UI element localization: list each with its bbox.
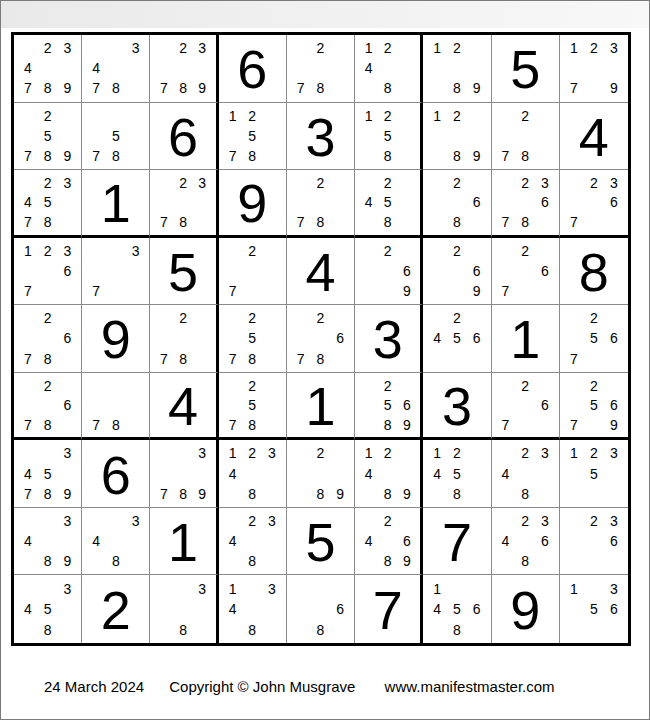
pencil-mark-9 bbox=[604, 349, 624, 369]
pencil-mark-8: 8 bbox=[242, 146, 262, 166]
pencil-mark-8 bbox=[584, 78, 604, 98]
pencil-mark-8: 8 bbox=[378, 415, 397, 435]
pencil-mark-4 bbox=[564, 531, 584, 551]
pencil-mark-9: 9 bbox=[57, 78, 77, 98]
pencil-mark-2: 2 bbox=[447, 106, 467, 126]
pencil-mark-4: 4 bbox=[18, 58, 38, 78]
pencil-mark-2: 2 bbox=[515, 106, 535, 126]
pencil-mark-4 bbox=[564, 395, 584, 415]
cell-r9c2: 2 bbox=[82, 575, 150, 643]
solved-digit: 9 bbox=[510, 583, 540, 637]
pencil-mark-8: 8 bbox=[311, 212, 331, 232]
pencil-mark-6 bbox=[467, 464, 487, 484]
cell-r6c9: 25679 bbox=[560, 373, 628, 441]
pencil-mark-9 bbox=[57, 349, 77, 369]
pencil-mark-8: 8 bbox=[38, 349, 58, 369]
pencil-marks: 1258 bbox=[355, 103, 420, 170]
pencil-mark-5 bbox=[106, 531, 126, 551]
pencil-mark-7: 7 bbox=[564, 212, 584, 232]
pencil-mark-2: 2 bbox=[447, 38, 467, 58]
pencil-mark-5 bbox=[174, 599, 193, 620]
pencil-marks: 1235 bbox=[560, 440, 628, 507]
pencil-mark-7: 7 bbox=[86, 78, 106, 98]
pencil-mark-6: 6 bbox=[467, 261, 487, 281]
pencil-mark-3 bbox=[397, 38, 416, 58]
pencil-mark-6: 6 bbox=[57, 395, 77, 415]
pencil-mark-6 bbox=[262, 395, 282, 415]
pencil-mark-4 bbox=[18, 328, 38, 348]
pencil-mark-3 bbox=[397, 511, 416, 531]
pencil-mark-5: 5 bbox=[38, 464, 58, 484]
pencil-mark-1: 1 bbox=[564, 443, 584, 463]
pencil-marks: 267 bbox=[492, 238, 559, 305]
pencil-mark-5 bbox=[447, 193, 467, 213]
pencil-marks: 2348 bbox=[219, 508, 286, 575]
pencil-mark-5 bbox=[38, 328, 58, 348]
solved-digit: 3 bbox=[305, 110, 335, 164]
pencil-mark-8 bbox=[447, 349, 467, 369]
pencil-mark-5 bbox=[378, 261, 397, 281]
pencil-mark-6 bbox=[604, 58, 624, 78]
pencil-mark-3: 3 bbox=[604, 578, 624, 599]
footer: 24 March 2024 Copyright © John Musgrave … bbox=[44, 678, 555, 695]
pencil-mark-9: 9 bbox=[467, 146, 487, 166]
pencil-mark-9: 9 bbox=[397, 415, 416, 435]
cell-r6c4: 2578 bbox=[219, 373, 287, 441]
cell-r9c8: 9 bbox=[492, 575, 560, 643]
pencil-marks: 1356 bbox=[560, 575, 628, 643]
pencil-mark-9 bbox=[330, 619, 350, 640]
cell-r5c5: 2678 bbox=[287, 305, 355, 373]
pencil-mark-1 bbox=[18, 578, 38, 599]
pencil-mark-8 bbox=[584, 415, 604, 435]
pencil-mark-8: 8 bbox=[447, 212, 467, 232]
pencil-mark-4 bbox=[223, 395, 243, 415]
pencil-mark-9 bbox=[126, 281, 146, 301]
pencil-mark-7: 7 bbox=[18, 415, 38, 435]
pencil-mark-9: 9 bbox=[57, 146, 77, 166]
pencil-mark-1 bbox=[154, 38, 173, 58]
pencil-marks: 23789 bbox=[150, 35, 215, 102]
pencil-mark-4: 4 bbox=[359, 193, 378, 213]
pencil-mark-7: 7 bbox=[496, 281, 516, 301]
pencil-mark-4: 4 bbox=[18, 464, 38, 484]
pencil-mark-7: 7 bbox=[18, 484, 38, 504]
pencil-mark-9 bbox=[126, 78, 146, 98]
pencil-marks: 234789 bbox=[14, 35, 81, 102]
pencil-mark-4: 4 bbox=[86, 58, 106, 78]
pencil-mark-1 bbox=[18, 38, 38, 58]
pencil-mark-6: 6 bbox=[397, 395, 416, 415]
pencil-marks: 2567 bbox=[560, 305, 628, 372]
pencil-mark-8: 8 bbox=[311, 619, 331, 640]
pencil-mark-4 bbox=[291, 464, 311, 484]
pencil-mark-3: 3 bbox=[126, 511, 146, 531]
pencil-mark-5: 5 bbox=[584, 395, 604, 415]
pencil-mark-8: 8 bbox=[38, 212, 58, 232]
pencil-mark-8 bbox=[242, 281, 262, 301]
pencil-mark-1: 1 bbox=[427, 106, 447, 126]
pencil-mark-1 bbox=[154, 173, 173, 193]
pencil-mark-5: 5 bbox=[447, 599, 467, 620]
pencil-mark-4 bbox=[291, 328, 311, 348]
solved-digit: 1 bbox=[101, 176, 131, 230]
pencil-mark-3 bbox=[397, 106, 416, 126]
pencil-mark-9: 9 bbox=[604, 415, 624, 435]
pencil-mark-8: 8 bbox=[38, 551, 58, 571]
cell-r9c5: 68 bbox=[287, 575, 355, 643]
footer-copyright: Copyright © John Musgrave bbox=[169, 678, 355, 695]
pencil-mark-1 bbox=[154, 578, 173, 599]
cell-r1c4: 6 bbox=[219, 35, 287, 103]
pencil-mark-8 bbox=[447, 281, 467, 301]
pencil-mark-3 bbox=[193, 308, 212, 328]
pencil-mark-4 bbox=[427, 58, 447, 78]
cell-r3c8: 23678 bbox=[492, 170, 560, 238]
pencil-mark-5: 5 bbox=[242, 328, 262, 348]
pencil-mark-1 bbox=[291, 308, 311, 328]
pencil-mark-4: 4 bbox=[223, 531, 243, 551]
pencil-mark-5 bbox=[584, 58, 604, 78]
pencil-mark-9 bbox=[126, 551, 146, 571]
pencil-mark-7 bbox=[496, 551, 516, 571]
cell-r4c6: 269 bbox=[355, 238, 423, 306]
pencil-mark-8: 8 bbox=[38, 415, 58, 435]
pencil-mark-6: 6 bbox=[535, 531, 555, 551]
pencil-mark-2: 2 bbox=[515, 241, 535, 261]
pencil-mark-6: 6 bbox=[604, 328, 624, 348]
solved-digit: 2 bbox=[101, 583, 131, 637]
pencil-mark-6 bbox=[330, 464, 350, 484]
pencil-marks: 25679 bbox=[560, 373, 628, 438]
pencil-mark-5 bbox=[515, 261, 535, 281]
pencil-mark-1 bbox=[223, 241, 243, 261]
pencil-mark-2: 2 bbox=[311, 308, 331, 328]
pencil-mark-1 bbox=[18, 443, 38, 463]
pencil-mark-7 bbox=[427, 281, 447, 301]
pencil-mark-2: 2 bbox=[378, 443, 397, 463]
pencil-mark-4 bbox=[427, 261, 447, 281]
cell-r2c6: 1258 bbox=[355, 103, 423, 171]
pencil-mark-3 bbox=[57, 308, 77, 328]
pencil-mark-3: 3 bbox=[604, 511, 624, 531]
cell-r1c8: 5 bbox=[492, 35, 560, 103]
pencil-mark-3 bbox=[330, 38, 350, 58]
cell-r7c5: 289 bbox=[287, 440, 355, 508]
pencil-mark-3 bbox=[262, 308, 282, 328]
cell-r4c8: 267 bbox=[492, 238, 560, 306]
pencil-mark-6 bbox=[193, 464, 212, 484]
pencil-mark-6 bbox=[193, 193, 212, 213]
pencil-mark-9: 9 bbox=[193, 484, 212, 504]
pencil-mark-6 bbox=[467, 126, 487, 146]
pencil-mark-7: 7 bbox=[291, 212, 311, 232]
pencil-mark-2 bbox=[242, 578, 262, 599]
pencil-mark-7: 7 bbox=[223, 415, 243, 435]
pencil-mark-9 bbox=[604, 484, 624, 504]
pencil-mark-5: 5 bbox=[447, 464, 467, 484]
pencil-mark-9 bbox=[262, 551, 282, 571]
pencil-mark-2 bbox=[106, 241, 126, 261]
pencil-mark-5 bbox=[378, 531, 397, 551]
pencil-marks: 2578 bbox=[219, 373, 286, 438]
pencil-mark-5 bbox=[515, 531, 535, 551]
pencil-marks: 2678 bbox=[287, 305, 354, 372]
pencil-mark-3 bbox=[397, 173, 416, 193]
pencil-mark-2: 2 bbox=[174, 173, 193, 193]
pencil-mark-7: 7 bbox=[223, 281, 243, 301]
pencil-mark-2: 2 bbox=[242, 376, 262, 396]
pencil-mark-9 bbox=[262, 281, 282, 301]
pencil-mark-6: 6 bbox=[535, 261, 555, 281]
pencil-mark-5 bbox=[515, 464, 535, 484]
pencil-mark-4: 4 bbox=[223, 464, 243, 484]
pencil-mark-4: 4 bbox=[496, 464, 516, 484]
cell-r5c6: 3 bbox=[355, 305, 423, 373]
pencil-mark-7 bbox=[359, 484, 378, 504]
pencil-mark-3 bbox=[467, 241, 487, 261]
cell-r5c7: 2456 bbox=[423, 305, 491, 373]
pencil-mark-6: 6 bbox=[330, 599, 350, 620]
pencil-mark-6: 6 bbox=[467, 599, 487, 620]
pencil-mark-4: 4 bbox=[18, 193, 38, 213]
pencil-mark-7: 7 bbox=[154, 484, 173, 504]
cell-r3c1: 234578 bbox=[14, 170, 82, 238]
pencil-mark-4 bbox=[154, 328, 173, 348]
pencil-mark-5: 5 bbox=[378, 395, 397, 415]
pencil-mark-8 bbox=[378, 281, 397, 301]
pencil-mark-1 bbox=[496, 241, 516, 261]
pencil-mark-3: 3 bbox=[535, 173, 555, 193]
pencil-mark-4 bbox=[154, 599, 173, 620]
cell-r3c6: 2458 bbox=[355, 170, 423, 238]
pencil-mark-1 bbox=[496, 106, 516, 126]
pencil-mark-3 bbox=[535, 106, 555, 126]
pencil-mark-3 bbox=[467, 443, 487, 463]
pencil-mark-5 bbox=[311, 58, 331, 78]
pencil-mark-9 bbox=[262, 146, 282, 166]
pencil-mark-9: 9 bbox=[397, 484, 416, 504]
pencil-mark-5 bbox=[174, 58, 193, 78]
pencil-mark-6 bbox=[57, 126, 77, 146]
pencil-mark-7: 7 bbox=[18, 146, 38, 166]
cell-r2c3: 6 bbox=[150, 103, 218, 171]
pencil-mark-2: 2 bbox=[174, 308, 193, 328]
pencil-mark-5 bbox=[311, 599, 331, 620]
pencil-mark-7 bbox=[427, 349, 447, 369]
pencil-mark-7: 7 bbox=[291, 349, 311, 369]
pencil-mark-8: 8 bbox=[174, 212, 193, 232]
pencil-mark-7 bbox=[154, 619, 173, 640]
pencil-mark-6 bbox=[57, 464, 77, 484]
cell-r7c9: 1235 bbox=[560, 440, 628, 508]
footer-date: 24 March 2024 bbox=[44, 678, 144, 695]
cell-r8c4: 2348 bbox=[219, 508, 287, 576]
pencil-mark-5 bbox=[242, 261, 262, 281]
pencil-mark-6: 6 bbox=[330, 328, 350, 348]
solved-digit: 6 bbox=[168, 110, 198, 164]
pencil-marks: 267 bbox=[492, 373, 559, 438]
pencil-mark-3: 3 bbox=[262, 511, 282, 531]
pencil-mark-4 bbox=[291, 193, 311, 213]
pencil-mark-4: 4 bbox=[427, 464, 447, 484]
cell-r3c4: 9 bbox=[219, 170, 287, 238]
pencil-mark-4 bbox=[223, 328, 243, 348]
pencil-mark-3 bbox=[330, 173, 350, 193]
pencil-mark-7: 7 bbox=[18, 281, 38, 301]
pencil-mark-6 bbox=[193, 599, 212, 620]
cell-r1c9: 12379 bbox=[560, 35, 628, 103]
pencil-marks: 2348 bbox=[492, 440, 559, 507]
cell-r7c3: 3789 bbox=[150, 440, 218, 508]
pencil-mark-8: 8 bbox=[378, 212, 397, 232]
pencil-mark-5 bbox=[38, 261, 58, 281]
pencil-mark-1: 1 bbox=[359, 106, 378, 126]
cell-r8c1: 3489 bbox=[14, 508, 82, 576]
solved-digit: 4 bbox=[579, 110, 609, 164]
pencil-mark-5: 5 bbox=[378, 193, 397, 213]
pencil-mark-4 bbox=[154, 58, 173, 78]
pencil-mark-1 bbox=[564, 511, 584, 531]
pencil-mark-9 bbox=[467, 484, 487, 504]
pencil-mark-1 bbox=[496, 511, 516, 531]
pencil-marks: 12379 bbox=[560, 35, 628, 102]
pencil-mark-8: 8 bbox=[378, 551, 397, 571]
pencil-mark-4 bbox=[86, 395, 106, 415]
pencil-mark-5: 5 bbox=[584, 464, 604, 484]
pencil-mark-9 bbox=[397, 78, 416, 98]
pencil-mark-9 bbox=[535, 415, 555, 435]
cell-r3c7: 268 bbox=[423, 170, 491, 238]
pencil-marks: 25689 bbox=[355, 373, 420, 438]
pencil-mark-3 bbox=[126, 106, 146, 126]
pencil-mark-1 bbox=[564, 308, 584, 328]
pencil-mark-1: 1 bbox=[359, 38, 378, 58]
pencil-mark-2: 2 bbox=[38, 38, 58, 58]
pencil-mark-8: 8 bbox=[38, 484, 58, 504]
pencil-mark-3: 3 bbox=[57, 578, 77, 599]
pencil-mark-1 bbox=[18, 308, 38, 328]
pencil-mark-3: 3 bbox=[126, 38, 146, 58]
pencil-mark-9 bbox=[467, 349, 487, 369]
cell-r6c1: 2678 bbox=[14, 373, 82, 441]
pencil-mark-8 bbox=[584, 619, 604, 640]
pencil-marks: 2367 bbox=[560, 170, 628, 235]
pencil-mark-8: 8 bbox=[311, 349, 331, 369]
pencil-mark-7: 7 bbox=[564, 415, 584, 435]
pencil-mark-9 bbox=[397, 212, 416, 232]
pencil-mark-8: 8 bbox=[515, 212, 535, 232]
pencil-mark-9 bbox=[330, 212, 350, 232]
pencil-mark-7 bbox=[427, 484, 447, 504]
pencil-mark-5: 5 bbox=[38, 126, 58, 146]
pencil-mark-2: 2 bbox=[38, 376, 58, 396]
pencil-mark-3 bbox=[467, 308, 487, 328]
pencil-mark-2: 2 bbox=[311, 173, 331, 193]
pencil-marks: 289 bbox=[287, 440, 354, 507]
pencil-mark-1: 1 bbox=[223, 106, 243, 126]
pencil-mark-8: 8 bbox=[174, 484, 193, 504]
pencil-mark-1 bbox=[564, 173, 584, 193]
pencil-mark-1 bbox=[86, 511, 106, 531]
pencil-mark-5 bbox=[38, 395, 58, 415]
cell-r4c3: 5 bbox=[150, 238, 218, 306]
pencil-marks: 27 bbox=[219, 238, 286, 305]
pencil-mark-5 bbox=[311, 328, 331, 348]
pencil-mark-3 bbox=[467, 173, 487, 193]
pencil-mark-7: 7 bbox=[154, 349, 173, 369]
cell-r9c9: 1356 bbox=[560, 575, 628, 643]
pencil-marks: 12578 bbox=[219, 103, 286, 170]
pencil-mark-7 bbox=[359, 146, 378, 166]
cell-r8c8: 23468 bbox=[492, 508, 560, 576]
pencil-mark-9 bbox=[57, 415, 77, 435]
pencil-mark-7: 7 bbox=[18, 212, 38, 232]
solved-digit: 4 bbox=[305, 245, 335, 299]
pencil-mark-8: 8 bbox=[447, 484, 467, 504]
pencil-mark-8: 8 bbox=[38, 619, 58, 640]
pencil-mark-4: 4 bbox=[359, 58, 378, 78]
pencil-mark-7: 7 bbox=[496, 415, 516, 435]
pencil-mark-1 bbox=[496, 376, 516, 396]
cell-r2c4: 12578 bbox=[219, 103, 287, 171]
pencil-mark-4 bbox=[291, 599, 311, 620]
pencil-mark-4 bbox=[86, 261, 106, 281]
pencil-mark-6 bbox=[330, 193, 350, 213]
cell-r5c9: 2567 bbox=[560, 305, 628, 373]
pencil-mark-6: 6 bbox=[604, 599, 624, 620]
pencil-mark-5 bbox=[447, 261, 467, 281]
pencil-mark-6 bbox=[397, 193, 416, 213]
pencil-mark-8: 8 bbox=[447, 146, 467, 166]
header-band bbox=[1, 1, 649, 28]
pencil-mark-8: 8 bbox=[515, 146, 535, 166]
cell-r2c5: 3 bbox=[287, 103, 355, 171]
pencil-mark-1 bbox=[223, 308, 243, 328]
pencil-mark-9 bbox=[193, 619, 212, 640]
pencil-mark-7 bbox=[359, 212, 378, 232]
solved-digit: 6 bbox=[237, 42, 267, 96]
pencil-mark-8: 8 bbox=[174, 78, 193, 98]
pencil-mark-4 bbox=[564, 599, 584, 620]
pencil-mark-5 bbox=[311, 193, 331, 213]
pencil-mark-5: 5 bbox=[584, 328, 604, 348]
pencil-mark-7: 7 bbox=[291, 78, 311, 98]
cell-r4c7: 269 bbox=[423, 238, 491, 306]
pencil-mark-2: 2 bbox=[38, 241, 58, 261]
pencil-mark-4: 4 bbox=[359, 531, 378, 551]
pencil-mark-2 bbox=[447, 578, 467, 599]
pencil-mark-1 bbox=[496, 173, 516, 193]
pencil-mark-4 bbox=[564, 193, 584, 213]
pencil-marks: 1248 bbox=[355, 35, 420, 102]
pencil-mark-6: 6 bbox=[535, 193, 555, 213]
pencil-mark-6 bbox=[126, 126, 146, 146]
pencil-mark-5 bbox=[242, 599, 262, 620]
pencil-mark-4: 4 bbox=[427, 599, 447, 620]
pencil-mark-6: 6 bbox=[604, 395, 624, 415]
pencil-mark-3: 3 bbox=[535, 511, 555, 531]
cell-r1c3: 23789 bbox=[150, 35, 218, 103]
pencil-marks: 3489 bbox=[14, 508, 81, 575]
cell-r6c2: 78 bbox=[82, 373, 150, 441]
pencil-mark-6 bbox=[126, 395, 146, 415]
solved-digit: 9 bbox=[237, 176, 267, 230]
pencil-mark-9 bbox=[604, 551, 624, 571]
pencil-mark-9 bbox=[604, 619, 624, 640]
pencil-mark-3 bbox=[57, 106, 77, 126]
pencil-mark-9: 9 bbox=[330, 484, 350, 504]
